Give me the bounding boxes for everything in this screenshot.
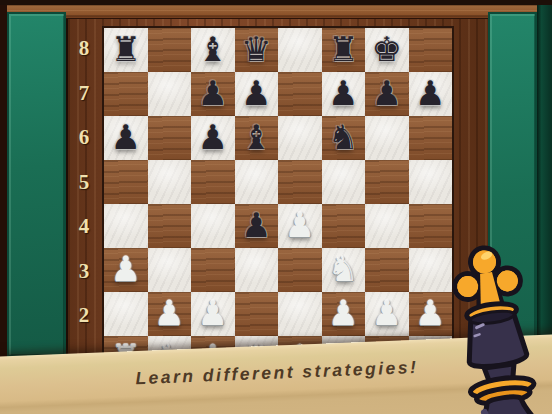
black-pawn[interactable]: ♟ [191,72,235,116]
square-f6[interactable]: ♞ [322,116,366,160]
black-knight[interactable]: ♞ [322,116,366,160]
black-pawn[interactable]: ♟ [191,116,235,160]
black-rook[interactable]: ♜ [322,28,366,72]
black-pawn[interactable]: ♟ [235,204,279,248]
square-g6[interactable] [365,116,409,160]
left-felt-panel [7,12,66,357]
square-e4[interactable]: ♟ [278,204,322,248]
square-f7[interactable]: ♟ [322,72,366,116]
square-e2[interactable] [278,292,322,336]
square-h6[interactable] [409,116,453,160]
square-a4[interactable] [104,204,148,248]
square-d3[interactable] [235,248,279,292]
square-a3[interactable]: ♟ [104,248,148,292]
square-f2[interactable]: ♟ [322,292,366,336]
square-b3[interactable] [148,248,192,292]
black-pawn[interactable]: ♟ [409,72,453,116]
square-d4[interactable]: ♟ [235,204,279,248]
square-f4[interactable] [322,204,366,248]
square-c3[interactable] [191,248,235,292]
black-rook[interactable]: ♜ [104,28,148,72]
square-d5[interactable] [235,160,279,204]
black-pawn[interactable]: ♟ [365,72,409,116]
black-king[interactable]: ♚ [365,28,409,72]
square-d6[interactable]: ♝ [235,116,279,160]
square-c5[interactable] [191,160,235,204]
square-d8[interactable]: ♛ [235,28,279,72]
white-pawn[interactable]: ♟ [322,292,366,336]
black-pawn[interactable]: ♟ [235,72,279,116]
black-queen[interactable]: ♛ [235,28,279,72]
white-pawn[interactable]: ♟ [148,292,192,336]
square-b8[interactable] [148,28,192,72]
square-a6[interactable]: ♟ [104,116,148,160]
square-e5[interactable] [278,160,322,204]
square-g8[interactable]: ♚ [365,28,409,72]
white-pawn[interactable]: ♟ [191,292,235,336]
square-c7[interactable]: ♟ [191,72,235,116]
square-c8[interactable]: ♝ [191,28,235,72]
square-e6[interactable] [278,116,322,160]
white-pawn[interactable]: ♟ [104,248,148,292]
square-g7[interactable]: ♟ [365,72,409,116]
square-f3[interactable]: ♞ [322,248,366,292]
square-a8[interactable]: ♜ [104,28,148,72]
square-g5[interactable] [365,160,409,204]
square-f5[interactable] [322,160,366,204]
square-g3[interactable] [365,248,409,292]
square-b5[interactable] [148,160,192,204]
square-b4[interactable] [148,204,192,248]
square-e3[interactable] [278,248,322,292]
white-pawn[interactable]: ♟ [365,292,409,336]
square-g2[interactable]: ♟ [365,292,409,336]
square-a5[interactable] [104,160,148,204]
square-e8[interactable] [278,28,322,72]
chess-board[interactable]: ♜♝♛♜♚♟♟♟♟♟♟♟♝♞♟♟♟♞♟♟♟♟♟♜♞♝♛♚♜ [102,26,454,382]
square-h8[interactable] [409,28,453,72]
left-edge-strip [0,5,7,414]
square-h5[interactable] [409,160,453,204]
square-c2[interactable]: ♟ [191,292,235,336]
square-a2[interactable] [104,292,148,336]
square-c6[interactable]: ♟ [191,116,235,160]
square-d7[interactable]: ♟ [235,72,279,116]
square-f8[interactable]: ♜ [322,28,366,72]
app-window: ♜♝♛♜♚♟♟♟♟♟♟♟♝♞♟♟♟♞♟♟♟♟♟♜♞♝♛♚♜ 8765432 Le… [0,0,552,414]
square-e7[interactable] [278,72,322,116]
black-pawn[interactable]: ♟ [104,116,148,160]
white-knight[interactable]: ♞ [322,248,366,292]
king-mascot-icon [420,238,552,414]
square-b7[interactable] [148,72,192,116]
square-h7[interactable]: ♟ [409,72,453,116]
top-wood-plank [0,5,552,19]
white-pawn[interactable]: ♟ [278,204,322,248]
square-c4[interactable] [191,204,235,248]
square-b2[interactable]: ♟ [148,292,192,336]
square-b6[interactable] [148,116,192,160]
square-a7[interactable] [104,72,148,116]
black-bishop[interactable]: ♝ [235,116,279,160]
square-g4[interactable] [365,204,409,248]
square-d2[interactable] [235,292,279,336]
black-bishop[interactable]: ♝ [191,28,235,72]
black-pawn[interactable]: ♟ [322,72,366,116]
